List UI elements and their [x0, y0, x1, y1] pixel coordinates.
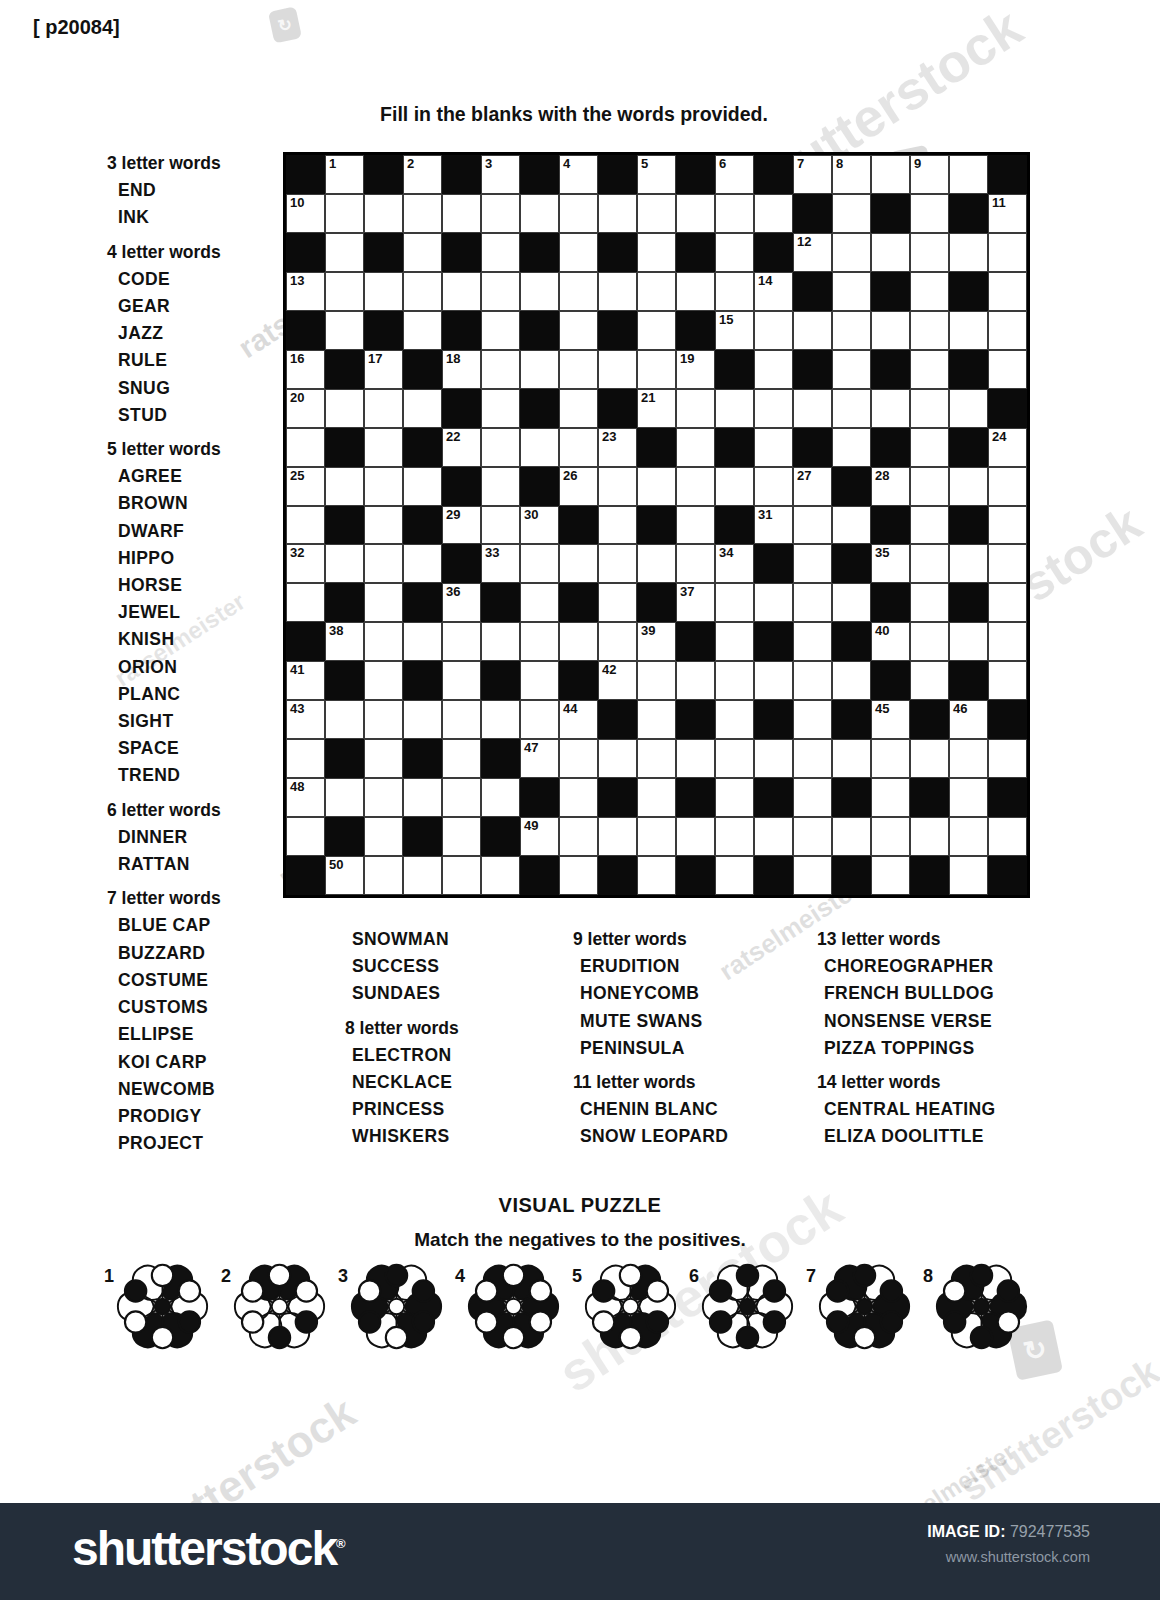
white-cell[interactable]: 48: [286, 778, 325, 817]
white-cell[interactable]: [793, 311, 832, 350]
word-list-header: 11 letter words: [573, 1069, 728, 1096]
white-cell[interactable]: [520, 350, 559, 389]
white-cell[interactable]: [793, 817, 832, 856]
white-cell[interactable]: [793, 739, 832, 778]
white-cell[interactable]: [559, 311, 598, 350]
white-cell[interactable]: [988, 661, 1027, 700]
white-cell[interactable]: [598, 272, 637, 311]
white-cell[interactable]: 15: [715, 311, 754, 350]
white-cell[interactable]: [442, 194, 481, 233]
white-cell[interactable]: 13: [286, 272, 325, 311]
white-cell[interactable]: [754, 739, 793, 778]
white-cell[interactable]: 46: [949, 700, 988, 739]
white-cell[interactable]: 27: [793, 467, 832, 506]
white-cell[interactable]: 12: [793, 233, 832, 272]
white-cell[interactable]: 3: [481, 155, 520, 194]
white-cell[interactable]: [637, 194, 676, 233]
crossword-grid[interactable]: 1234567891011121314151617181920212223242…: [283, 152, 1030, 898]
white-cell[interactable]: [988, 467, 1027, 506]
white-cell[interactable]: [637, 661, 676, 700]
white-cell[interactable]: 14: [754, 272, 793, 311]
white-cell[interactable]: [286, 506, 325, 545]
white-cell[interactable]: [559, 389, 598, 428]
white-cell[interactable]: [520, 583, 559, 622]
white-cell[interactable]: 26: [559, 467, 598, 506]
white-cell[interactable]: [442, 661, 481, 700]
white-cell[interactable]: [637, 467, 676, 506]
white-cell[interactable]: [637, 817, 676, 856]
white-cell[interactable]: [793, 389, 832, 428]
white-cell[interactable]: [910, 506, 949, 545]
white-cell[interactable]: [364, 622, 403, 661]
white-cell[interactable]: [754, 389, 793, 428]
white-cell[interactable]: [793, 583, 832, 622]
white-cell[interactable]: 4: [559, 155, 598, 194]
white-cell[interactable]: [793, 778, 832, 817]
white-cell[interactable]: [481, 778, 520, 817]
white-cell[interactable]: [832, 311, 871, 350]
white-cell[interactable]: 33: [481, 544, 520, 583]
white-cell[interactable]: [832, 739, 871, 778]
visual-puzzle-pattern-1[interactable]: 1: [100, 1258, 217, 1355]
white-cell[interactable]: [793, 661, 832, 700]
white-cell[interactable]: [559, 778, 598, 817]
white-cell[interactable]: 40: [871, 622, 910, 661]
white-cell[interactable]: [793, 544, 832, 583]
white-cell[interactable]: [481, 700, 520, 739]
white-cell[interactable]: [676, 817, 715, 856]
white-cell[interactable]: [832, 350, 871, 389]
white-cell[interactable]: [442, 622, 481, 661]
white-cell[interactable]: [364, 739, 403, 778]
footer-meta: IMAGE ID: 792477535 www.shutterstock.com: [927, 1523, 1090, 1565]
white-cell[interactable]: [442, 778, 481, 817]
white-cell[interactable]: [442, 700, 481, 739]
white-cell[interactable]: [364, 778, 403, 817]
white-cell[interactable]: [832, 428, 871, 467]
white-cell[interactable]: [871, 739, 910, 778]
white-cell[interactable]: [481, 272, 520, 311]
white-cell[interactable]: [325, 544, 364, 583]
white-cell[interactable]: [949, 467, 988, 506]
white-cell[interactable]: [403, 544, 442, 583]
white-cell[interactable]: 38: [325, 622, 364, 661]
white-cell[interactable]: [520, 700, 559, 739]
white-cell[interactable]: [481, 467, 520, 506]
white-cell[interactable]: [598, 350, 637, 389]
white-cell[interactable]: [910, 739, 949, 778]
black-cell: [559, 506, 598, 545]
white-cell[interactable]: 28: [871, 467, 910, 506]
white-cell[interactable]: [910, 350, 949, 389]
white-cell[interactable]: [988, 233, 1027, 272]
clue-number: 27: [797, 469, 811, 483]
white-cell[interactable]: [910, 467, 949, 506]
white-cell[interactable]: [754, 194, 793, 233]
white-cell[interactable]: [286, 583, 325, 622]
white-cell[interactable]: [910, 194, 949, 233]
white-cell[interactable]: [988, 622, 1027, 661]
white-cell[interactable]: [559, 739, 598, 778]
white-cell[interactable]: [637, 544, 676, 583]
white-cell[interactable]: [364, 506, 403, 545]
white-cell[interactable]: 23: [598, 428, 637, 467]
black-cell: [325, 661, 364, 700]
white-cell[interactable]: [949, 856, 988, 895]
visual-puzzle-pattern-7[interactable]: 7: [802, 1258, 919, 1355]
white-cell[interactable]: [754, 350, 793, 389]
white-cell[interactable]: [754, 583, 793, 622]
white-cell[interactable]: [598, 817, 637, 856]
white-cell[interactable]: [949, 622, 988, 661]
white-cell[interactable]: [676, 194, 715, 233]
white-cell[interactable]: [949, 389, 988, 428]
white-cell[interactable]: [598, 583, 637, 622]
white-cell[interactable]: 34: [715, 544, 754, 583]
white-cell[interactable]: [559, 233, 598, 272]
white-cell[interactable]: 2: [403, 155, 442, 194]
white-cell[interactable]: [403, 311, 442, 350]
white-cell[interactable]: 1: [325, 155, 364, 194]
black-cell: [793, 194, 832, 233]
white-cell[interactable]: [637, 311, 676, 350]
white-cell[interactable]: 30: [520, 506, 559, 545]
white-cell[interactable]: [949, 311, 988, 350]
flower-rosette-icon: [933, 1258, 1030, 1355]
white-cell[interactable]: [286, 739, 325, 778]
black-cell: [598, 700, 637, 739]
white-cell[interactable]: [481, 194, 520, 233]
white-cell[interactable]: [715, 739, 754, 778]
white-cell[interactable]: [754, 817, 793, 856]
white-cell[interactable]: [715, 389, 754, 428]
white-cell[interactable]: [403, 700, 442, 739]
white-cell[interactable]: [403, 622, 442, 661]
white-cell[interactable]: [442, 856, 481, 895]
white-cell[interactable]: [403, 233, 442, 272]
white-cell[interactable]: [637, 739, 676, 778]
white-cell[interactable]: [559, 856, 598, 895]
white-cell[interactable]: 10: [286, 194, 325, 233]
white-cell[interactable]: 50: [325, 856, 364, 895]
word-list-header: 9 letter words: [573, 926, 728, 953]
white-cell[interactable]: [676, 661, 715, 700]
white-cell[interactable]: [715, 194, 754, 233]
white-cell[interactable]: [364, 856, 403, 895]
black-cell: [559, 583, 598, 622]
black-cell: [949, 506, 988, 545]
white-cell[interactable]: [325, 272, 364, 311]
white-cell[interactable]: [364, 661, 403, 700]
white-cell[interactable]: 43: [286, 700, 325, 739]
white-cell[interactable]: 5: [637, 155, 676, 194]
white-cell[interactable]: [364, 428, 403, 467]
white-cell[interactable]: [520, 544, 559, 583]
white-cell[interactable]: [871, 856, 910, 895]
white-cell[interactable]: [949, 817, 988, 856]
clue-number: 48: [290, 780, 304, 794]
white-cell[interactable]: [520, 194, 559, 233]
clue-number: 28: [875, 469, 889, 483]
white-cell[interactable]: 8: [832, 155, 871, 194]
white-cell[interactable]: [754, 428, 793, 467]
black-cell: [754, 544, 793, 583]
white-cell[interactable]: [793, 506, 832, 545]
white-cell[interactable]: [793, 622, 832, 661]
white-cell[interactable]: [481, 350, 520, 389]
white-cell[interactable]: [988, 311, 1027, 350]
white-cell[interactable]: 36: [442, 583, 481, 622]
white-cell[interactable]: [442, 272, 481, 311]
black-cell: [676, 155, 715, 194]
white-cell[interactable]: 45: [871, 700, 910, 739]
white-cell[interactable]: [559, 622, 598, 661]
white-cell[interactable]: [325, 311, 364, 350]
white-cell[interactable]: [637, 856, 676, 895]
visual-puzzle-pattern-4[interactable]: 4: [451, 1258, 568, 1355]
white-cell[interactable]: [910, 817, 949, 856]
white-cell[interactable]: [832, 272, 871, 311]
white-cell[interactable]: [949, 544, 988, 583]
white-cell[interactable]: [364, 700, 403, 739]
white-cell[interactable]: [754, 467, 793, 506]
white-cell[interactable]: 21: [637, 389, 676, 428]
white-cell[interactable]: [481, 311, 520, 350]
white-cell[interactable]: [403, 389, 442, 428]
white-cell[interactable]: [715, 583, 754, 622]
white-cell[interactable]: [325, 467, 364, 506]
white-cell[interactable]: 7: [793, 155, 832, 194]
white-cell[interactable]: [949, 155, 988, 194]
white-cell[interactable]: [520, 428, 559, 467]
white-cell[interactable]: [793, 856, 832, 895]
visual-puzzle-pattern-3[interactable]: 3: [334, 1258, 451, 1355]
white-cell[interactable]: 25: [286, 467, 325, 506]
white-cell[interactable]: [598, 544, 637, 583]
white-cell[interactable]: [871, 817, 910, 856]
white-cell[interactable]: [988, 272, 1027, 311]
white-cell[interactable]: [403, 467, 442, 506]
white-cell[interactable]: [559, 544, 598, 583]
white-cell[interactable]: 22: [442, 428, 481, 467]
white-cell[interactable]: [910, 428, 949, 467]
black-cell: [520, 467, 559, 506]
white-cell[interactable]: [403, 194, 442, 233]
white-cell[interactable]: [715, 622, 754, 661]
word-list-item: INK: [107, 204, 283, 231]
white-cell[interactable]: [676, 428, 715, 467]
word-list-item: SIGHT: [107, 708, 283, 735]
white-cell[interactable]: [559, 350, 598, 389]
white-cell[interactable]: [910, 272, 949, 311]
white-cell[interactable]: [637, 778, 676, 817]
white-cell[interactable]: [364, 467, 403, 506]
white-cell[interactable]: 29: [442, 506, 481, 545]
white-cell[interactable]: [871, 778, 910, 817]
white-cell[interactable]: 39: [637, 622, 676, 661]
white-cell[interactable]: [325, 194, 364, 233]
white-cell[interactable]: [520, 272, 559, 311]
white-cell[interactable]: [832, 583, 871, 622]
white-cell[interactable]: [871, 311, 910, 350]
white-cell[interactable]: 32: [286, 544, 325, 583]
white-cell[interactable]: [364, 272, 403, 311]
visual-puzzle-pattern-8[interactable]: 8: [919, 1258, 1036, 1355]
white-cell[interactable]: 6: [715, 155, 754, 194]
white-cell[interactable]: 9: [910, 155, 949, 194]
white-cell[interactable]: [715, 856, 754, 895]
white-cell[interactable]: [715, 467, 754, 506]
white-cell[interactable]: [481, 506, 520, 545]
white-cell[interactable]: [832, 661, 871, 700]
word-list-item: SNUG: [107, 375, 283, 402]
white-cell[interactable]: 49: [520, 817, 559, 856]
visual-puzzle-pattern-5[interactable]: 5: [568, 1258, 685, 1355]
white-cell[interactable]: 47: [520, 739, 559, 778]
white-cell[interactable]: [988, 739, 1027, 778]
white-cell[interactable]: 19: [676, 350, 715, 389]
white-cell[interactable]: [403, 778, 442, 817]
white-cell[interactable]: [676, 389, 715, 428]
white-cell[interactable]: [325, 389, 364, 428]
white-cell[interactable]: [715, 817, 754, 856]
white-cell[interactable]: [793, 700, 832, 739]
word-list-item: SPACE: [107, 735, 283, 762]
white-cell[interactable]: [910, 311, 949, 350]
white-cell[interactable]: 16: [286, 350, 325, 389]
white-cell[interactable]: [403, 272, 442, 311]
white-cell[interactable]: [637, 350, 676, 389]
white-cell[interactable]: [988, 583, 1027, 622]
white-cell[interactable]: [949, 233, 988, 272]
white-cell[interactable]: [832, 233, 871, 272]
white-cell[interactable]: [832, 817, 871, 856]
white-cell[interactable]: [637, 700, 676, 739]
white-cell[interactable]: [364, 389, 403, 428]
white-cell[interactable]: [715, 700, 754, 739]
white-cell[interactable]: [676, 467, 715, 506]
white-cell[interactable]: 20: [286, 389, 325, 428]
white-cell[interactable]: [286, 428, 325, 467]
white-cell[interactable]: [559, 194, 598, 233]
white-cell[interactable]: [910, 583, 949, 622]
white-cell[interactable]: [676, 506, 715, 545]
white-cell[interactable]: [910, 622, 949, 661]
white-cell[interactable]: 44: [559, 700, 598, 739]
white-cell[interactable]: [832, 506, 871, 545]
black-cell: [949, 583, 988, 622]
white-cell[interactable]: [715, 778, 754, 817]
white-cell[interactable]: 37: [676, 583, 715, 622]
white-cell[interactable]: [910, 233, 949, 272]
white-cell[interactable]: [442, 817, 481, 856]
white-cell[interactable]: [598, 194, 637, 233]
white-cell[interactable]: [481, 622, 520, 661]
white-cell[interactable]: [520, 661, 559, 700]
white-cell[interactable]: [481, 428, 520, 467]
white-cell[interactable]: [481, 856, 520, 895]
white-cell[interactable]: [403, 856, 442, 895]
white-cell[interactable]: [559, 817, 598, 856]
white-cell[interactable]: [988, 350, 1027, 389]
clue-number: 46: [953, 702, 967, 716]
clue-number: 39: [641, 624, 655, 638]
word-list-item: BLUE CAP: [107, 912, 283, 939]
white-cell[interactable]: [754, 661, 793, 700]
white-cell[interactable]: [676, 739, 715, 778]
white-cell[interactable]: [754, 311, 793, 350]
white-cell[interactable]: [481, 389, 520, 428]
white-cell[interactable]: [481, 233, 520, 272]
visual-puzzle-pattern-2[interactable]: 2: [217, 1258, 334, 1355]
white-cell[interactable]: [364, 583, 403, 622]
white-cell[interactable]: [910, 389, 949, 428]
white-cell[interactable]: [949, 739, 988, 778]
white-cell[interactable]: [676, 544, 715, 583]
white-cell[interactable]: [871, 233, 910, 272]
clue-number: 34: [719, 546, 733, 560]
white-cell[interactable]: [910, 661, 949, 700]
white-cell[interactable]: [364, 544, 403, 583]
white-cell[interactable]: [715, 661, 754, 700]
white-cell[interactable]: [910, 544, 949, 583]
word-list-item: BUZZARD: [107, 940, 283, 967]
word-list-section: SNOWMANSUCCESSSUNDAES: [345, 926, 459, 1008]
black-cell: [871, 272, 910, 311]
white-cell[interactable]: 35: [871, 544, 910, 583]
black-cell: [676, 311, 715, 350]
white-cell[interactable]: [715, 272, 754, 311]
visual-puzzle-pattern-6[interactable]: 6: [685, 1258, 802, 1355]
black-cell: [793, 272, 832, 311]
white-cell[interactable]: 17: [364, 350, 403, 389]
white-cell[interactable]: [598, 467, 637, 506]
white-cell[interactable]: 24: [988, 428, 1027, 467]
white-cell[interactable]: [871, 155, 910, 194]
white-cell[interactable]: 41: [286, 661, 325, 700]
white-cell[interactable]: [598, 739, 637, 778]
white-cell[interactable]: [598, 622, 637, 661]
white-cell[interactable]: [364, 817, 403, 856]
white-cell[interactable]: [637, 272, 676, 311]
white-cell[interactable]: [325, 700, 364, 739]
white-cell[interactable]: [676, 272, 715, 311]
white-cell[interactable]: [598, 506, 637, 545]
white-cell[interactable]: 42: [598, 661, 637, 700]
white-cell[interactable]: [988, 817, 1027, 856]
white-cell[interactable]: [325, 233, 364, 272]
white-cell[interactable]: [949, 778, 988, 817]
white-cell[interactable]: [988, 544, 1027, 583]
white-cell[interactable]: [559, 428, 598, 467]
white-cell[interactable]: [559, 272, 598, 311]
white-cell[interactable]: 11: [988, 194, 1027, 233]
white-cell[interactable]: [871, 389, 910, 428]
white-cell[interactable]: [364, 194, 403, 233]
white-cell[interactable]: [286, 817, 325, 856]
white-cell[interactable]: [832, 389, 871, 428]
white-cell[interactable]: [520, 622, 559, 661]
white-cell[interactable]: [715, 233, 754, 272]
white-cell[interactable]: [988, 506, 1027, 545]
white-cell[interactable]: [442, 739, 481, 778]
white-cell[interactable]: [832, 194, 871, 233]
white-cell[interactable]: [325, 778, 364, 817]
white-cell[interactable]: 31: [754, 506, 793, 545]
white-cell[interactable]: 18: [442, 350, 481, 389]
clue-number: 30: [524, 508, 538, 522]
white-cell[interactable]: [637, 233, 676, 272]
